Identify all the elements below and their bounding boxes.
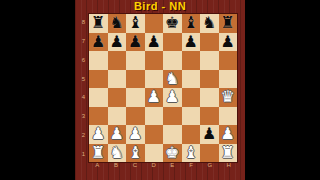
square-f7: ♟ (182, 33, 201, 52)
square-c5 (126, 70, 145, 89)
square-f3 (182, 107, 201, 126)
square-c2: ♟ (126, 125, 145, 144)
rank-label-2: 2 (79, 126, 88, 145)
square-d3 (145, 107, 164, 126)
square-d7: ♟ (145, 33, 164, 52)
screenshot-stage: Bird - NN 87654321 ♜♞♝♚♝♞♜♟♟♟♟♟♟♞♟♟♛♟♟♟♟… (0, 0, 320, 180)
piece-white-pawn: ♟ (147, 88, 161, 107)
rank-label-8: 8 (79, 13, 88, 32)
square-b8: ♞ (108, 14, 127, 33)
square-a4 (89, 88, 108, 107)
square-g6 (200, 51, 219, 70)
square-a8: ♜ (89, 14, 108, 33)
square-b1: ♞ (108, 144, 127, 163)
piece-black-pawn: ♟ (202, 125, 216, 144)
square-f5 (182, 70, 201, 89)
square-g7 (200, 33, 219, 52)
piece-white-bishop: ♝ (184, 144, 198, 163)
square-b5 (108, 70, 127, 89)
square-f6 (182, 51, 201, 70)
game-title: Bird - NN (134, 0, 186, 13)
file-label-b: B (107, 162, 126, 170)
letterbox-right (245, 0, 320, 180)
piece-black-pawn: ♟ (110, 33, 124, 52)
square-d6 (145, 51, 164, 70)
square-a5 (89, 70, 108, 89)
file-coordinates: ABCDEFGH (88, 162, 238, 170)
square-e8: ♚ (163, 14, 182, 33)
piece-white-knight: ♞ (165, 70, 179, 89)
piece-black-pawn: ♟ (147, 33, 161, 52)
piece-black-pawn: ♟ (184, 33, 198, 52)
piece-white-bishop: ♝ (128, 144, 142, 163)
file-label-a: A (88, 162, 107, 170)
square-g8: ♞ (200, 14, 219, 33)
square-g3 (200, 107, 219, 126)
file-label-g: G (201, 162, 220, 170)
square-f2 (182, 125, 201, 144)
square-d2 (145, 125, 164, 144)
piece-white-queen: ♛ (221, 88, 235, 107)
piece-white-knight: ♞ (110, 144, 124, 163)
file-label-h: H (219, 162, 238, 170)
square-c3 (126, 107, 145, 126)
square-e1: ♚ (163, 144, 182, 163)
square-b2: ♟ (108, 125, 127, 144)
rank-label-1: 1 (79, 144, 88, 163)
square-h8: ♜ (219, 14, 238, 33)
square-h2: ♟ (219, 125, 238, 144)
square-b4 (108, 88, 127, 107)
piece-white-rook: ♜ (221, 144, 235, 163)
square-f4 (182, 88, 201, 107)
piece-black-knight: ♞ (110, 14, 124, 33)
piece-black-rook: ♜ (221, 14, 235, 33)
square-d5 (145, 70, 164, 89)
square-e3 (163, 107, 182, 126)
file-label-e: E (163, 162, 182, 170)
letterbox-left (0, 0, 75, 180)
piece-white-pawn: ♟ (91, 125, 105, 144)
square-g2: ♟ (200, 125, 219, 144)
square-a7: ♟ (89, 33, 108, 52)
square-h3 (219, 107, 238, 126)
piece-black-pawn: ♟ (128, 33, 142, 52)
piece-white-king: ♚ (165, 144, 179, 163)
square-a2: ♟ (89, 125, 108, 144)
square-c4 (126, 88, 145, 107)
square-a6 (89, 51, 108, 70)
rank-label-7: 7 (79, 32, 88, 51)
piece-white-pawn: ♟ (221, 125, 235, 144)
square-c6 (126, 51, 145, 70)
piece-white-pawn: ♟ (128, 125, 142, 144)
file-label-f: F (182, 162, 201, 170)
square-h7: ♟ (219, 33, 238, 52)
square-b6 (108, 51, 127, 70)
square-e4: ♟ (163, 88, 182, 107)
file-label-d: D (144, 162, 163, 170)
rank-coordinates: 87654321 (79, 13, 88, 163)
piece-black-pawn: ♟ (91, 33, 105, 52)
file-label-c: C (126, 162, 145, 170)
square-h4: ♛ (219, 88, 238, 107)
square-e2 (163, 125, 182, 144)
square-c7: ♟ (126, 33, 145, 52)
square-h5 (219, 70, 238, 89)
square-d1 (145, 144, 164, 163)
rank-label-3: 3 (79, 107, 88, 126)
square-h1: ♜ (219, 144, 238, 163)
piece-white-rook: ♜ (91, 144, 105, 163)
square-b3 (108, 107, 127, 126)
piece-black-pawn: ♟ (221, 33, 235, 52)
piece-black-bishop: ♝ (128, 14, 142, 33)
square-d4: ♟ (145, 88, 164, 107)
square-g4 (200, 88, 219, 107)
square-c8: ♝ (126, 14, 145, 33)
square-f1: ♝ (182, 144, 201, 163)
piece-black-knight: ♞ (202, 14, 216, 33)
title-bar: Bird - NN (75, 0, 245, 13)
square-a3 (89, 107, 108, 126)
square-e7 (163, 33, 182, 52)
square-h6 (219, 51, 238, 70)
rank-label-4: 4 (79, 88, 88, 107)
chess-board: ♜♞♝♚♝♞♜♟♟♟♟♟♟♞♟♟♛♟♟♟♟♟♜♞♝♚♝♜ (88, 13, 238, 163)
square-b7: ♟ (108, 33, 127, 52)
piece-black-bishop: ♝ (184, 14, 198, 33)
piece-white-pawn: ♟ (110, 125, 124, 144)
square-g5 (200, 70, 219, 89)
square-f8: ♝ (182, 14, 201, 33)
square-e5: ♞ (163, 70, 182, 89)
board-frame: Bird - NN 87654321 ♜♞♝♚♝♞♜♟♟♟♟♟♟♞♟♟♛♟♟♟♟… (75, 0, 245, 180)
square-g1 (200, 144, 219, 163)
square-c1: ♝ (126, 144, 145, 163)
rank-label-6: 6 (79, 51, 88, 70)
piece-black-rook: ♜ (91, 14, 105, 33)
piece-black-king: ♚ (165, 14, 179, 33)
square-d8 (145, 14, 164, 33)
square-a1: ♜ (89, 144, 108, 163)
piece-white-pawn: ♟ (165, 88, 179, 107)
square-e6 (163, 51, 182, 70)
rank-label-5: 5 (79, 69, 88, 88)
